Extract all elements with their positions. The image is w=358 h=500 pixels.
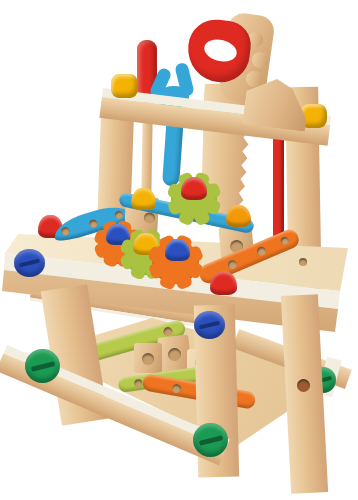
plank-hole bbox=[256, 245, 268, 257]
blue-cap-gear-right bbox=[165, 239, 190, 261]
bolt-slot bbox=[30, 361, 54, 371]
plank-hole bbox=[171, 383, 181, 393]
rack-bolt-left bbox=[111, 74, 138, 98]
plank-hole bbox=[134, 379, 143, 388]
saw-grip-bump bbox=[246, 71, 262, 87]
amber-cap-plank-right bbox=[226, 205, 251, 227]
saw-grip-bump bbox=[252, 52, 268, 68]
plank-hole bbox=[60, 226, 70, 236]
plank-hole bbox=[226, 259, 238, 271]
red-cap-on-gear bbox=[181, 177, 207, 200]
bench-hole bbox=[299, 258, 307, 266]
red-cap-orange-plank bbox=[210, 271, 237, 295]
green-bolt-right bbox=[193, 423, 228, 457]
block-hole bbox=[167, 347, 181, 361]
block-hole bbox=[142, 353, 154, 365]
toy-workbench-photo bbox=[0, 0, 358, 500]
drilled-cube-left bbox=[134, 343, 162, 373]
plank-hole bbox=[114, 210, 124, 220]
yellow-cap-plank-left bbox=[131, 188, 156, 210]
plank-hole bbox=[88, 219, 98, 229]
green-bolt-left bbox=[25, 349, 60, 383]
bolt-slot bbox=[19, 259, 40, 268]
plank-hole bbox=[279, 236, 289, 246]
blue-bolt-front-leg bbox=[194, 311, 225, 339]
block-hole bbox=[144, 212, 156, 224]
bolt-slot bbox=[199, 321, 220, 330]
blue-side-bolt bbox=[14, 249, 45, 277]
bolt-slot bbox=[198, 435, 222, 445]
leg-dowel-dot bbox=[297, 379, 310, 392]
